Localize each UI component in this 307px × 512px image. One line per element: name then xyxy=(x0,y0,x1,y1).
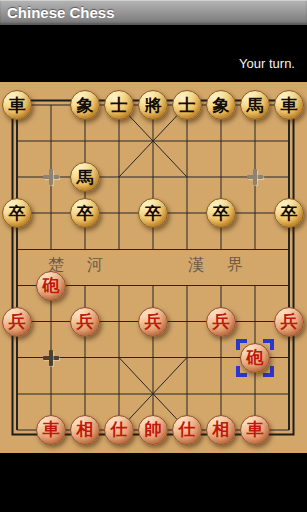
piece-black-chariot[interactable]: 車 xyxy=(2,90,32,120)
piece-black-advisor[interactable]: 士 xyxy=(172,90,202,120)
xiangqi-board[interactable]: 楚 河 漢 界 車象士將士象馬車馬卒卒卒卒卒砲兵兵兵兵兵砲車相仕帥仕相車 xyxy=(0,82,307,453)
point-marker xyxy=(247,169,263,185)
piece-red-soldier[interactable]: 兵 xyxy=(206,307,236,337)
title-bar: Chinese Chess xyxy=(0,0,307,25)
point-marker xyxy=(43,350,59,366)
piece-red-advisor[interactable]: 仕 xyxy=(172,415,202,445)
piece-red-chariot[interactable]: 車 xyxy=(240,415,270,445)
piece-black-general[interactable]: 將 xyxy=(138,90,168,120)
app-title: Chinese Chess xyxy=(0,1,307,25)
piece-red-soldier[interactable]: 兵 xyxy=(274,307,304,337)
piece-red-soldier[interactable]: 兵 xyxy=(70,307,100,337)
piece-red-elephant[interactable]: 相 xyxy=(206,415,236,445)
piece-red-soldier[interactable]: 兵 xyxy=(138,307,168,337)
river-label-han-jie: 漢 界 xyxy=(188,255,252,276)
piece-black-chariot[interactable]: 車 xyxy=(274,90,304,120)
piece-black-elephant[interactable]: 象 xyxy=(206,90,236,120)
piece-red-soldier[interactable]: 兵 xyxy=(2,307,32,337)
piece-black-horse[interactable]: 馬 xyxy=(240,90,270,120)
app-screen: Chinese Chess Your turn. xyxy=(0,0,307,512)
piece-red-general[interactable]: 帥 xyxy=(138,415,168,445)
piece-red-cannon[interactable]: 砲 xyxy=(36,271,66,301)
piece-red-cannon[interactable]: 砲 xyxy=(240,343,270,373)
turn-status: Your turn. xyxy=(239,56,295,71)
piece-black-elephant[interactable]: 象 xyxy=(70,90,100,120)
piece-red-advisor[interactable]: 仕 xyxy=(104,415,134,445)
piece-red-chariot[interactable]: 車 xyxy=(36,415,66,445)
piece-black-advisor[interactable]: 士 xyxy=(104,90,134,120)
point-marker xyxy=(43,169,59,185)
board-grid xyxy=(0,82,307,453)
piece-red-elephant[interactable]: 相 xyxy=(70,415,100,445)
